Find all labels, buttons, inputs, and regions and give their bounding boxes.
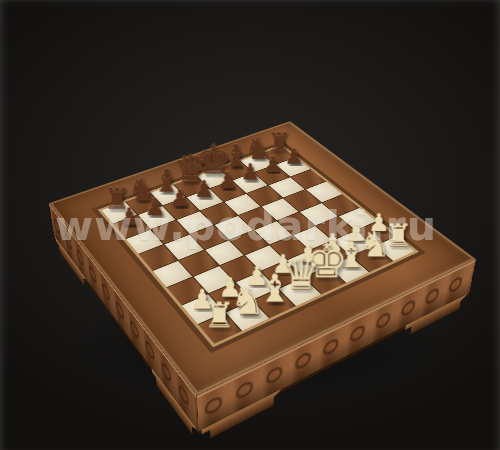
bracket-foot bbox=[404, 294, 467, 338]
piece-black-queen-d8: ♛ bbox=[175, 127, 207, 187]
photo-stage: ♜♞♝♛♚♝♞♜♟♟♟♟♟♟♟♟♟♟♟♟♟♟♟♟♜♞♝♛♚♝♞♜ www.pod… bbox=[0, 0, 500, 450]
piece-black-bishop-f8: ♝ bbox=[221, 112, 252, 170]
piece-black-knight-b8: ♞ bbox=[126, 143, 159, 204]
scene-3d: ♜♞♝♛♚♝♞♜♟♟♟♟♟♟♟♟♟♟♟♟♟♟♟♟♜♞♝♛♚♝♞♜ bbox=[0, 0, 500, 450]
piece-black-pawn-f7: ♟ bbox=[235, 123, 266, 182]
piece-white-queen-d1: ♛ bbox=[283, 224, 320, 295]
piece-black-pawn-e7: ♟ bbox=[212, 131, 244, 191]
bracket-foot bbox=[202, 389, 282, 443]
piece-black-bishop-c8: ♝ bbox=[150, 135, 182, 195]
piece-white-rook-h1: ♜ bbox=[381, 184, 416, 250]
piece-black-king-e8: ♚ bbox=[198, 119, 229, 178]
piece-black-pawn-d7: ♟ bbox=[188, 139, 220, 200]
piece-white-pawn-h2: ♟ bbox=[362, 170, 396, 234]
pieces-layer: ♜♞♝♛♚♝♞♜♟♟♟♟♟♟♟♟♟♟♟♟♟♟♟♟♜♞♝♛♚♝♞♜ bbox=[49, 121, 476, 396]
chess-box: ♜♞♝♛♚♝♞♜♟♟♟♟♟♟♟♟♟♟♟♟♟♟♟♟♜♞♝♛♚♝♞♜ bbox=[49, 121, 476, 396]
piece-white-pawn-f2: ♟ bbox=[315, 188, 350, 255]
piece-black-knight-g8: ♞ bbox=[243, 105, 273, 162]
piece-white-pawn-e2: ♟ bbox=[290, 198, 326, 266]
piece-white-king-e1: ♚ bbox=[308, 213, 345, 282]
piece-black-rook-h8: ♜ bbox=[264, 98, 294, 154]
piece-black-pawn-c7: ♟ bbox=[163, 147, 196, 209]
piece-black-pawn-h7: ♟ bbox=[279, 109, 310, 167]
chess-board: ♜♞♝♛♚♝♞♜♟♟♟♟♟♟♟♟♟♟♟♟♟♟♟♟♜♞♝♛♚♝♞♜ bbox=[49, 121, 476, 396]
piece-white-pawn-a2: ♟ bbox=[183, 240, 221, 312]
piece-black-pawn-g7: ♟ bbox=[257, 116, 288, 174]
